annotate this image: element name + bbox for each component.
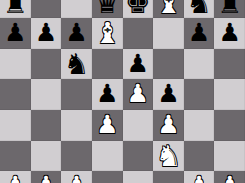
square-a8[interactable]: ♜ [0, 0, 31, 18]
square-f5[interactable]: ♟ [153, 79, 184, 110]
square-a7[interactable]: ♟ [0, 18, 31, 49]
square-h6[interactable] [214, 49, 245, 80]
square-g4[interactable] [184, 110, 215, 141]
white-pawn[interactable]: ♟ [218, 171, 240, 183]
white-pawn[interactable]: ♟ [96, 110, 118, 141]
square-h5[interactable] [214, 79, 245, 110]
square-f2[interactable] [153, 171, 184, 183]
square-b7[interactable]: ♟ [31, 18, 62, 49]
square-c2[interactable]: ♟ [61, 171, 92, 183]
square-c6[interactable]: ♞ [61, 49, 92, 80]
white-pawn[interactable]: ♟ [157, 110, 179, 141]
white-bishop[interactable]: ♝ [155, 0, 181, 18]
chess-app-window: ♜♛♚♝♞♜♟♟♟♝♟♟♞♟♟♟♟♟♟♞♟♟♟♟♟ [0, 0, 245, 183]
white-pawn[interactable]: ♟ [127, 79, 149, 110]
square-h2[interactable]: ♟ [214, 171, 245, 183]
black-pawn[interactable]: ♟ [127, 49, 149, 80]
square-g3[interactable] [184, 141, 215, 172]
square-g2[interactable]: ♟ [184, 171, 215, 183]
black-pawn[interactable]: ♟ [35, 18, 57, 49]
square-e2[interactable] [123, 171, 154, 183]
square-c3[interactable] [61, 141, 92, 172]
square-d4[interactable]: ♟ [92, 110, 123, 141]
square-d5[interactable]: ♟ [92, 79, 123, 110]
square-c7[interactable]: ♟ [61, 18, 92, 49]
square-h4[interactable] [214, 110, 245, 141]
square-f7[interactable] [153, 18, 184, 49]
square-g6[interactable] [184, 49, 215, 80]
square-b4[interactable] [31, 110, 62, 141]
square-e5[interactable]: ♟ [123, 79, 154, 110]
white-pawn[interactable]: ♟ [4, 171, 26, 183]
black-rook[interactable]: ♜ [2, 0, 28, 18]
white-pawn[interactable]: ♟ [35, 171, 57, 183]
square-d7[interactable]: ♝ [92, 18, 123, 49]
square-d6[interactable] [92, 49, 123, 80]
square-b6[interactable] [31, 49, 62, 80]
square-f4[interactable]: ♟ [153, 110, 184, 141]
square-h3[interactable] [214, 141, 245, 172]
square-b8[interactable] [31, 0, 62, 18]
black-knight[interactable]: ♞ [64, 49, 90, 80]
square-g7[interactable]: ♟ [184, 18, 215, 49]
square-b2[interactable]: ♟ [31, 171, 62, 183]
black-pawn[interactable]: ♟ [157, 79, 179, 110]
square-a4[interactable] [0, 110, 31, 141]
black-rook[interactable]: ♜ [217, 0, 243, 18]
square-e3[interactable] [123, 141, 154, 172]
black-pawn[interactable]: ♟ [188, 18, 210, 49]
square-f6[interactable] [153, 49, 184, 80]
square-c4[interactable] [61, 110, 92, 141]
square-e4[interactable] [123, 110, 154, 141]
black-pawn[interactable]: ♟ [96, 79, 118, 110]
square-f3[interactable]: ♞ [153, 141, 184, 172]
white-knight[interactable]: ♞ [155, 141, 181, 172]
square-a5[interactable] [0, 79, 31, 110]
square-h7[interactable]: ♟ [214, 18, 245, 49]
square-e8[interactable]: ♚ [123, 0, 154, 18]
square-d3[interactable] [92, 141, 123, 172]
white-bishop[interactable]: ♝ [94, 18, 120, 49]
square-e6[interactable]: ♟ [123, 49, 154, 80]
square-d2[interactable] [92, 171, 123, 183]
square-f8[interactable]: ♝ [153, 0, 184, 18]
black-pawn[interactable]: ♟ [4, 18, 26, 49]
square-h8[interactable]: ♜ [214, 0, 245, 18]
square-g8[interactable]: ♞ [184, 0, 215, 18]
square-b3[interactable] [31, 141, 62, 172]
square-a6[interactable] [0, 49, 31, 80]
black-pawn[interactable]: ♟ [218, 18, 240, 49]
black-king[interactable]: ♚ [125, 0, 151, 18]
square-a3[interactable] [0, 141, 31, 172]
square-c8[interactable] [61, 0, 92, 18]
white-pawn[interactable]: ♟ [188, 171, 210, 183]
black-knight[interactable]: ♞ [186, 0, 212, 18]
chess-board: ♜♛♚♝♞♜♟♟♟♝♟♟♞♟♟♟♟♟♟♞♟♟♟♟♟ [0, 0, 245, 183]
square-a2[interactable]: ♟ [0, 171, 31, 183]
white-pawn[interactable]: ♟ [65, 171, 87, 183]
square-c5[interactable] [61, 79, 92, 110]
square-g5[interactable] [184, 79, 215, 110]
black-pawn[interactable]: ♟ [65, 18, 87, 49]
square-b5[interactable] [31, 79, 62, 110]
square-e7[interactable] [123, 18, 154, 49]
